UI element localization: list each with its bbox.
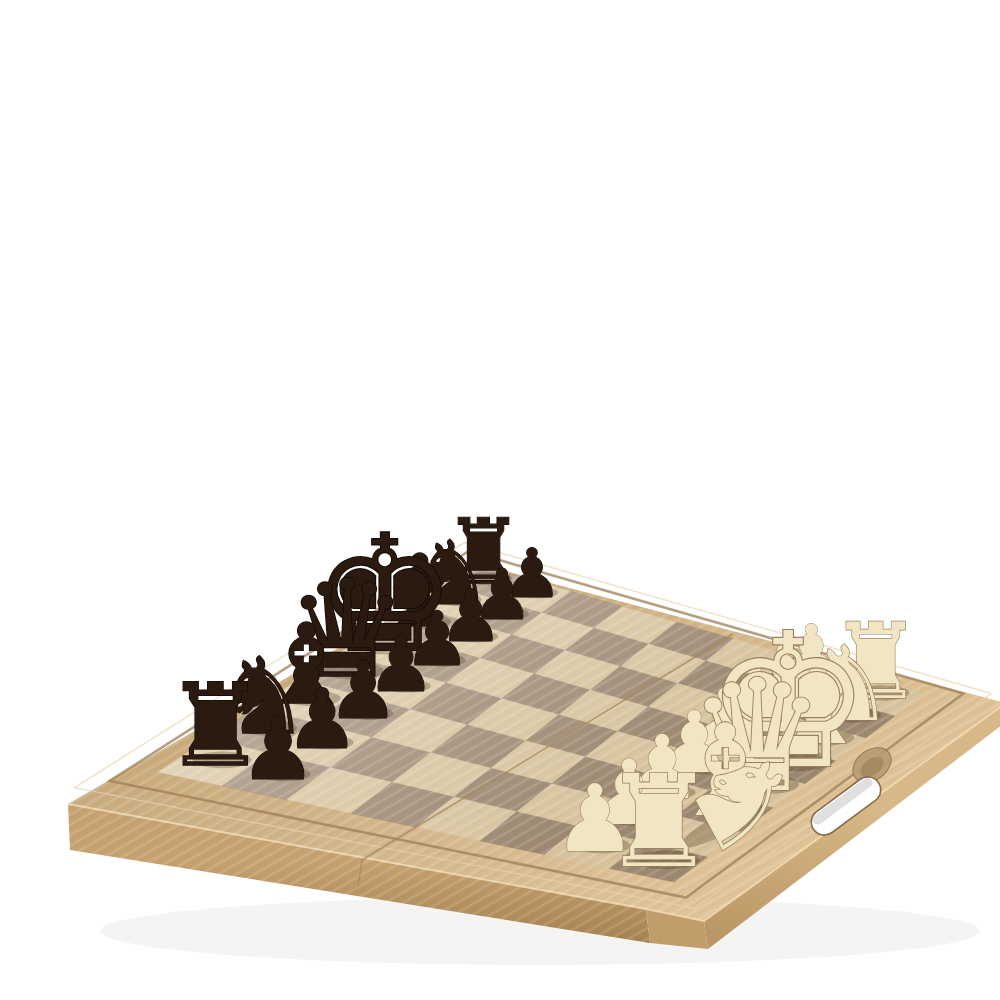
chess-photo-svg: ♜♟♞♟♝♟♚♟♛♟♟♜♟♝♟♞♟♞♝♟♟♜♚♟♟♛♟♝♟♞♟♜ xyxy=(40,16,1000,1000)
chess-set-photo: ♜♟♞♟♝♟♚♟♛♟♟♜♟♝♟♞♟♞♝♟♟♜♚♟♟♛♟♝♟♞♟♜ Angled … xyxy=(40,16,1000,1000)
black-pawn-a7: ♟ xyxy=(239,699,316,799)
white-rook-a1: ♜ xyxy=(602,747,717,896)
